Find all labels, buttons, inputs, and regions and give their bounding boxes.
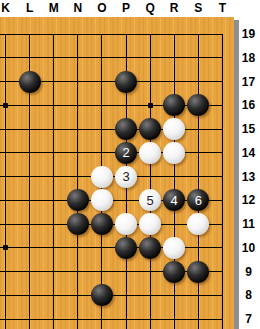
white-stone[interactable] [91,166,113,188]
column-label: K [0,0,17,16]
black-stone[interactable] [115,71,137,93]
black-stone[interactable] [139,237,161,259]
white-stone[interactable]: 3 [115,166,137,188]
row-label: 9 [237,264,260,280]
grid-line-vertical [174,34,175,329]
board-overlay: KLMNOPQRST1918171615141312111098724635 [0,0,260,329]
grid-line-vertical [53,34,54,329]
column-label: O [91,0,113,16]
grid-line-vertical [198,34,199,329]
grid-line-horizontal [0,319,223,320]
row-label: 13 [237,169,260,185]
column-label: R [163,0,185,16]
column-label: P [115,0,137,16]
grid-line-horizontal [0,57,223,58]
white-stone[interactable] [187,213,209,235]
white-stone[interactable]: 5 [139,189,161,211]
row-label: 12 [237,192,260,208]
black-stone[interactable] [91,284,113,306]
move-number: 2 [122,145,129,160]
black-stone[interactable] [67,189,89,211]
column-label: S [187,0,209,16]
black-stone[interactable] [187,94,209,116]
column-label: N [67,0,89,16]
grid-line-horizontal [0,247,223,248]
column-label: L [19,0,41,16]
black-stone[interactable]: 4 [163,189,185,211]
move-number: 3 [122,169,129,184]
grid-line-horizontal [0,152,223,153]
white-stone[interactable] [163,237,185,259]
row-label: 19 [237,26,260,42]
black-stone[interactable] [115,237,137,259]
black-stone[interactable] [67,213,89,235]
grid-line-vertical [150,34,151,329]
white-stone[interactable] [139,213,161,235]
white-stone[interactable] [163,142,185,164]
black-stone[interactable] [163,261,185,283]
row-label: 17 [237,74,260,90]
move-number: 5 [146,193,153,208]
black-stone[interactable] [139,118,161,140]
black-stone[interactable] [163,94,185,116]
black-stone[interactable] [115,118,137,140]
grid-line-vertical [222,34,223,329]
row-label: 11 [237,216,260,232]
grid-line-horizontal [0,129,223,130]
row-label: 8 [237,287,260,303]
row-label: 16 [237,97,260,113]
row-label: 15 [237,121,260,137]
column-label: T [211,0,233,16]
row-label: 18 [237,50,260,66]
column-label: M [43,0,65,16]
go-diagram: KLMNOPQRST1918171615141312111098724635 [0,0,260,329]
star-point [148,103,153,108]
white-stone[interactable] [139,142,161,164]
black-stone[interactable] [91,213,113,235]
star-point [3,245,8,250]
grid-line-horizontal [0,34,223,35]
white-stone[interactable] [163,118,185,140]
move-number: 4 [171,193,178,208]
black-stone[interactable] [19,71,41,93]
move-number: 6 [195,193,202,208]
row-label: 7 [237,311,260,327]
black-stone[interactable]: 2 [115,142,137,164]
black-stone[interactable]: 6 [187,189,209,211]
white-stone[interactable] [91,189,113,211]
star-point [3,103,8,108]
row-label: 14 [237,145,260,161]
grid-line-vertical [77,34,78,329]
row-label: 10 [237,240,260,256]
grid-line-vertical [5,34,6,329]
white-stone[interactable] [115,213,137,235]
column-label: Q [139,0,161,16]
black-stone[interactable] [187,261,209,283]
